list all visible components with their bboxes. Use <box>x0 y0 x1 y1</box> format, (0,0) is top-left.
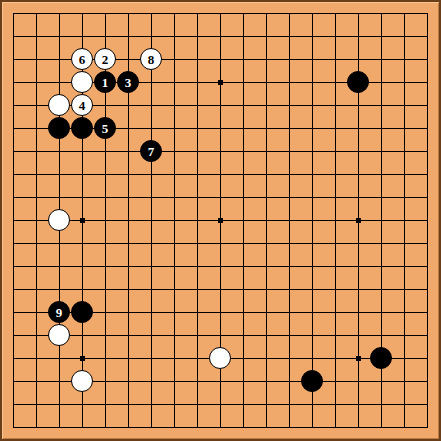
intersection <box>370 117 393 140</box>
intersection <box>416 393 439 416</box>
intersection <box>2 25 25 48</box>
intersection <box>186 186 209 209</box>
intersection <box>416 301 439 324</box>
intersection <box>186 25 209 48</box>
intersection <box>2 232 25 255</box>
move-number: 9 <box>56 306 63 319</box>
intersection <box>255 301 278 324</box>
intersection <box>140 301 163 324</box>
intersection <box>163 347 186 370</box>
intersection <box>25 163 48 186</box>
intersection <box>324 278 347 301</box>
intersection <box>48 48 71 71</box>
intersection <box>163 301 186 324</box>
intersection <box>370 163 393 186</box>
intersection <box>209 393 232 416</box>
intersection: 8 <box>140 48 163 71</box>
stone-white-move-2: 2 <box>94 48 116 70</box>
intersection <box>117 324 140 347</box>
intersection <box>140 163 163 186</box>
intersection <box>255 209 278 232</box>
intersection <box>416 117 439 140</box>
intersection <box>117 209 140 232</box>
intersection <box>393 140 416 163</box>
intersection <box>416 255 439 278</box>
intersection <box>301 255 324 278</box>
intersection <box>48 25 71 48</box>
intersection <box>117 301 140 324</box>
intersection <box>186 94 209 117</box>
intersection <box>163 416 186 439</box>
intersection <box>209 370 232 393</box>
intersection <box>186 416 209 439</box>
stone-black <box>71 301 93 323</box>
intersection <box>71 301 94 324</box>
intersection <box>255 71 278 94</box>
intersection <box>2 209 25 232</box>
intersection <box>48 117 71 140</box>
intersection <box>255 416 278 439</box>
intersection <box>416 278 439 301</box>
intersection <box>347 48 370 71</box>
intersection <box>324 255 347 278</box>
intersection <box>370 255 393 278</box>
intersection <box>186 255 209 278</box>
intersection <box>393 347 416 370</box>
intersection <box>370 301 393 324</box>
intersection <box>117 94 140 117</box>
stone-white <box>71 71 93 93</box>
stone-white <box>48 324 70 346</box>
intersection <box>140 232 163 255</box>
intersection <box>232 2 255 25</box>
intersection <box>186 232 209 255</box>
intersection <box>71 324 94 347</box>
intersection <box>255 347 278 370</box>
move-number: 1 <box>102 76 109 89</box>
intersection <box>25 209 48 232</box>
intersection <box>117 48 140 71</box>
intersection: 4 <box>71 94 94 117</box>
intersection <box>117 117 140 140</box>
intersection <box>209 48 232 71</box>
intersection <box>278 255 301 278</box>
intersection <box>255 2 278 25</box>
intersection <box>255 163 278 186</box>
intersection <box>370 71 393 94</box>
intersection <box>255 324 278 347</box>
intersection <box>232 94 255 117</box>
intersection <box>393 324 416 347</box>
intersection <box>232 255 255 278</box>
intersection <box>209 301 232 324</box>
move-number: 2 <box>102 53 109 66</box>
intersection <box>393 209 416 232</box>
intersection <box>416 209 439 232</box>
intersection <box>163 25 186 48</box>
intersection <box>2 301 25 324</box>
intersection <box>416 163 439 186</box>
intersection: 6 <box>71 48 94 71</box>
stone-white <box>71 370 93 392</box>
intersection <box>163 209 186 232</box>
intersection <box>324 140 347 163</box>
stone-white <box>48 209 70 231</box>
intersection <box>209 255 232 278</box>
intersection <box>94 393 117 416</box>
intersection <box>324 370 347 393</box>
intersection <box>393 163 416 186</box>
intersection <box>255 255 278 278</box>
intersection <box>209 117 232 140</box>
intersection <box>232 209 255 232</box>
intersection <box>94 301 117 324</box>
intersection <box>278 186 301 209</box>
intersection <box>71 370 94 393</box>
intersection <box>140 25 163 48</box>
intersection <box>416 324 439 347</box>
intersection <box>71 117 94 140</box>
intersection <box>370 232 393 255</box>
intersection <box>255 94 278 117</box>
intersection <box>324 186 347 209</box>
intersection <box>278 209 301 232</box>
intersection <box>2 117 25 140</box>
intersection <box>232 393 255 416</box>
intersection <box>301 209 324 232</box>
intersection <box>301 25 324 48</box>
intersection: 9 <box>48 301 71 324</box>
intersection <box>301 278 324 301</box>
intersection <box>416 94 439 117</box>
intersection <box>25 278 48 301</box>
intersection <box>163 2 186 25</box>
intersection <box>48 324 71 347</box>
intersection <box>255 370 278 393</box>
intersection <box>278 393 301 416</box>
stone-black-move-7: 7 <box>140 140 162 162</box>
intersection <box>278 117 301 140</box>
intersection <box>324 232 347 255</box>
intersection <box>370 140 393 163</box>
intersection <box>232 301 255 324</box>
intersection <box>393 393 416 416</box>
intersection <box>140 324 163 347</box>
intersection <box>71 186 94 209</box>
intersection <box>163 278 186 301</box>
intersection <box>232 140 255 163</box>
intersection <box>255 140 278 163</box>
intersection <box>347 301 370 324</box>
intersection <box>94 163 117 186</box>
intersection <box>255 25 278 48</box>
intersection <box>370 393 393 416</box>
intersection <box>393 117 416 140</box>
intersection <box>71 2 94 25</box>
intersection <box>278 71 301 94</box>
intersection <box>347 393 370 416</box>
intersection <box>301 370 324 393</box>
intersection <box>25 255 48 278</box>
intersection <box>347 232 370 255</box>
intersection <box>255 393 278 416</box>
intersection <box>163 48 186 71</box>
intersection <box>186 324 209 347</box>
intersection <box>278 301 301 324</box>
intersection <box>163 370 186 393</box>
intersection <box>255 117 278 140</box>
intersection <box>117 2 140 25</box>
intersection <box>2 2 25 25</box>
intersection <box>117 278 140 301</box>
intersection <box>140 347 163 370</box>
intersection <box>301 232 324 255</box>
intersection <box>186 71 209 94</box>
intersection <box>140 2 163 25</box>
intersection <box>324 71 347 94</box>
intersection <box>117 347 140 370</box>
intersection <box>232 48 255 71</box>
intersection <box>393 71 416 94</box>
intersection <box>186 163 209 186</box>
stone-white <box>209 347 231 369</box>
intersection <box>301 186 324 209</box>
intersection <box>324 324 347 347</box>
move-number: 7 <box>148 145 155 158</box>
intersection <box>347 255 370 278</box>
intersection <box>370 25 393 48</box>
intersection <box>48 71 71 94</box>
intersection <box>209 232 232 255</box>
intersection <box>2 393 25 416</box>
intersection <box>255 48 278 71</box>
intersection <box>416 416 439 439</box>
intersection <box>2 186 25 209</box>
intersection <box>140 94 163 117</box>
intersection <box>324 2 347 25</box>
intersection <box>301 117 324 140</box>
intersection <box>416 232 439 255</box>
stone-white <box>48 94 70 116</box>
intersection <box>370 209 393 232</box>
intersection <box>117 25 140 48</box>
intersection <box>347 278 370 301</box>
intersection <box>94 278 117 301</box>
intersection <box>117 370 140 393</box>
intersection <box>163 186 186 209</box>
intersection <box>25 232 48 255</box>
intersection <box>416 71 439 94</box>
intersection <box>301 163 324 186</box>
intersection <box>393 25 416 48</box>
intersection <box>301 393 324 416</box>
intersection <box>370 324 393 347</box>
intersection <box>2 278 25 301</box>
intersection <box>117 255 140 278</box>
intersection <box>347 186 370 209</box>
intersection <box>416 186 439 209</box>
intersection <box>347 71 370 94</box>
intersection <box>370 2 393 25</box>
intersection <box>301 2 324 25</box>
intersection <box>324 163 347 186</box>
intersection <box>186 140 209 163</box>
intersection <box>209 94 232 117</box>
intersection <box>71 163 94 186</box>
intersection <box>140 370 163 393</box>
intersection <box>94 255 117 278</box>
intersection <box>2 94 25 117</box>
intersection <box>48 370 71 393</box>
intersection: 5 <box>94 117 117 140</box>
intersection <box>2 416 25 439</box>
intersection <box>232 347 255 370</box>
intersection <box>94 416 117 439</box>
intersection: 7 <box>140 140 163 163</box>
intersection <box>278 48 301 71</box>
intersection: 3 <box>117 71 140 94</box>
intersection <box>416 48 439 71</box>
intersection <box>25 186 48 209</box>
intersection <box>278 370 301 393</box>
intersection <box>370 48 393 71</box>
intersection <box>232 186 255 209</box>
intersection <box>94 140 117 163</box>
intersection <box>48 140 71 163</box>
stone-black <box>347 71 369 93</box>
intersection <box>186 347 209 370</box>
intersection <box>324 48 347 71</box>
intersection <box>232 25 255 48</box>
intersection <box>71 278 94 301</box>
intersection <box>48 393 71 416</box>
intersection <box>2 163 25 186</box>
intersection <box>186 2 209 25</box>
intersection <box>324 94 347 117</box>
intersection <box>2 71 25 94</box>
intersection <box>278 324 301 347</box>
intersection <box>255 278 278 301</box>
intersection <box>163 393 186 416</box>
intersection <box>163 71 186 94</box>
board-intersections: 628134579 <box>2 2 439 439</box>
intersection <box>416 347 439 370</box>
intersection <box>186 209 209 232</box>
intersection <box>393 416 416 439</box>
intersection <box>416 2 439 25</box>
intersection <box>393 2 416 25</box>
intersection <box>71 140 94 163</box>
intersection <box>255 186 278 209</box>
intersection <box>278 232 301 255</box>
stone-white-move-8: 8 <box>140 48 162 70</box>
intersection <box>71 416 94 439</box>
intersection <box>186 278 209 301</box>
intersection <box>370 416 393 439</box>
intersection <box>25 71 48 94</box>
intersection <box>94 2 117 25</box>
intersection <box>301 347 324 370</box>
intersection <box>301 71 324 94</box>
intersection <box>209 416 232 439</box>
intersection <box>370 347 393 370</box>
intersection <box>71 25 94 48</box>
intersection <box>347 94 370 117</box>
intersection <box>48 416 71 439</box>
intersection <box>140 278 163 301</box>
intersection <box>25 94 48 117</box>
intersection <box>232 324 255 347</box>
intersection <box>140 71 163 94</box>
intersection <box>71 347 94 370</box>
intersection <box>117 163 140 186</box>
intersection <box>324 25 347 48</box>
stone-black <box>301 370 323 392</box>
intersection <box>232 278 255 301</box>
intersection <box>25 416 48 439</box>
stone-white-move-6: 6 <box>71 48 93 70</box>
intersection <box>232 232 255 255</box>
intersection <box>163 255 186 278</box>
intersection <box>347 324 370 347</box>
intersection <box>25 25 48 48</box>
intersection <box>324 347 347 370</box>
intersection <box>209 2 232 25</box>
intersection <box>393 370 416 393</box>
intersection <box>140 186 163 209</box>
intersection <box>347 2 370 25</box>
intersection <box>186 393 209 416</box>
intersection <box>209 347 232 370</box>
intersection <box>2 347 25 370</box>
intersection <box>186 117 209 140</box>
intersection <box>232 163 255 186</box>
intersection <box>2 255 25 278</box>
intersection <box>140 393 163 416</box>
intersection <box>393 301 416 324</box>
intersection <box>324 209 347 232</box>
intersection <box>25 140 48 163</box>
intersection <box>140 416 163 439</box>
intersection <box>117 140 140 163</box>
intersection <box>140 117 163 140</box>
intersection <box>301 324 324 347</box>
intersection <box>232 370 255 393</box>
intersection <box>393 255 416 278</box>
intersection <box>94 370 117 393</box>
intersection <box>255 232 278 255</box>
intersection <box>117 232 140 255</box>
intersection <box>301 94 324 117</box>
intersection <box>370 94 393 117</box>
intersection <box>324 117 347 140</box>
intersection <box>416 25 439 48</box>
stone-black-move-3: 3 <box>117 71 139 93</box>
intersection <box>71 393 94 416</box>
intersection <box>48 2 71 25</box>
intersection <box>278 163 301 186</box>
intersection <box>163 232 186 255</box>
move-number: 8 <box>148 53 155 66</box>
intersection <box>48 209 71 232</box>
stone-black-move-5: 5 <box>94 117 116 139</box>
stone-black <box>370 347 392 369</box>
intersection <box>140 209 163 232</box>
intersection <box>324 301 347 324</box>
intersection <box>301 301 324 324</box>
intersection <box>347 209 370 232</box>
intersection <box>209 25 232 48</box>
